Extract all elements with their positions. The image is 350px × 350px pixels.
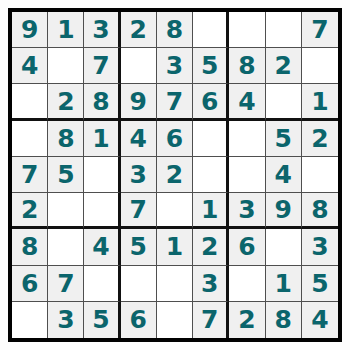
cell-r5c3[interactable] bbox=[84, 157, 120, 193]
cell-r1c5[interactable]: 8 bbox=[157, 12, 193, 48]
cell-r6c2[interactable] bbox=[48, 193, 84, 229]
cell-r8c5[interactable] bbox=[157, 266, 193, 302]
cell-r6c9[interactable]: 8 bbox=[302, 193, 338, 229]
cell-r8c8[interactable]: 1 bbox=[266, 266, 302, 302]
cell-r5c4[interactable]: 3 bbox=[121, 157, 157, 193]
cell-r7c8[interactable] bbox=[266, 229, 302, 265]
cell-r9c8[interactable]: 8 bbox=[266, 302, 302, 338]
cell-r8c1[interactable]: 6 bbox=[12, 266, 48, 302]
cell-r4c7[interactable] bbox=[229, 121, 265, 157]
cell-r1c9[interactable]: 7 bbox=[302, 12, 338, 48]
cell-r7c9[interactable]: 3 bbox=[302, 229, 338, 265]
cell-r8c2[interactable]: 7 bbox=[48, 266, 84, 302]
cell-r2c5[interactable]: 3 bbox=[157, 48, 193, 84]
cell-r2c1[interactable]: 4 bbox=[12, 48, 48, 84]
cell-r8c7[interactable] bbox=[229, 266, 265, 302]
cell-r2c9[interactable] bbox=[302, 48, 338, 84]
cell-r4c9[interactable]: 2 bbox=[302, 121, 338, 157]
cell-r5c1[interactable]: 7 bbox=[12, 157, 48, 193]
cell-r3c6[interactable]: 6 bbox=[193, 84, 229, 120]
cell-r7c7[interactable]: 6 bbox=[229, 229, 265, 265]
cell-r1c1[interactable]: 9 bbox=[12, 12, 48, 48]
cell-r5c8[interactable]: 4 bbox=[266, 157, 302, 193]
cell-r7c6[interactable]: 2 bbox=[193, 229, 229, 265]
cell-r2c4[interactable] bbox=[121, 48, 157, 84]
cell-r9c3[interactable]: 5 bbox=[84, 302, 120, 338]
cell-r8c3[interactable] bbox=[84, 266, 120, 302]
cell-r5c9[interactable] bbox=[302, 157, 338, 193]
cell-r3c1[interactable] bbox=[12, 84, 48, 120]
cell-r4c1[interactable] bbox=[12, 121, 48, 157]
cell-r3c9[interactable]: 1 bbox=[302, 84, 338, 120]
cell-r9c6[interactable]: 7 bbox=[193, 302, 229, 338]
cell-r9c9[interactable]: 4 bbox=[302, 302, 338, 338]
cell-r6c6[interactable]: 1 bbox=[193, 193, 229, 229]
cell-r3c8[interactable] bbox=[266, 84, 302, 120]
cell-r5c6[interactable] bbox=[193, 157, 229, 193]
sudoku-board: 9132874735822897641814652753242713988451… bbox=[8, 8, 342, 342]
cell-r5c2[interactable]: 5 bbox=[48, 157, 84, 193]
cell-r1c7[interactable] bbox=[229, 12, 265, 48]
page: { "game": "sudoku", "position": "91328..… bbox=[0, 0, 350, 350]
cell-r9c2[interactable]: 3 bbox=[48, 302, 84, 338]
cell-r8c4[interactable] bbox=[121, 266, 157, 302]
cell-r3c7[interactable]: 4 bbox=[229, 84, 265, 120]
cell-r4c4[interactable]: 4 bbox=[121, 121, 157, 157]
cell-r6c1[interactable]: 2 bbox=[12, 193, 48, 229]
cell-r2c2[interactable] bbox=[48, 48, 84, 84]
cell-r9c5[interactable] bbox=[157, 302, 193, 338]
cell-r1c2[interactable]: 1 bbox=[48, 12, 84, 48]
cell-r7c1[interactable]: 8 bbox=[12, 229, 48, 265]
cell-r3c3[interactable]: 8 bbox=[84, 84, 120, 120]
cell-r8c9[interactable]: 5 bbox=[302, 266, 338, 302]
cell-r6c3[interactable] bbox=[84, 193, 120, 229]
cell-r4c6[interactable] bbox=[193, 121, 229, 157]
cell-r5c5[interactable]: 2 bbox=[157, 157, 193, 193]
cell-r2c7[interactable]: 8 bbox=[229, 48, 265, 84]
cell-r7c3[interactable]: 4 bbox=[84, 229, 120, 265]
cell-r2c3[interactable]: 7 bbox=[84, 48, 120, 84]
cell-r4c5[interactable]: 6 bbox=[157, 121, 193, 157]
cell-r2c6[interactable]: 5 bbox=[193, 48, 229, 84]
cell-r3c2[interactable]: 2 bbox=[48, 84, 84, 120]
cell-r6c5[interactable] bbox=[157, 193, 193, 229]
cell-r9c4[interactable]: 6 bbox=[121, 302, 157, 338]
cell-r3c4[interactable]: 9 bbox=[121, 84, 157, 120]
cell-r1c8[interactable] bbox=[266, 12, 302, 48]
cell-r6c4[interactable]: 7 bbox=[121, 193, 157, 229]
cell-r9c7[interactable]: 2 bbox=[229, 302, 265, 338]
cell-r7c5[interactable]: 1 bbox=[157, 229, 193, 265]
cell-r9c1[interactable] bbox=[12, 302, 48, 338]
cell-r7c2[interactable] bbox=[48, 229, 84, 265]
cell-r7c4[interactable]: 5 bbox=[121, 229, 157, 265]
cell-r4c2[interactable]: 8 bbox=[48, 121, 84, 157]
cell-r5c7[interactable] bbox=[229, 157, 265, 193]
cell-r4c8[interactable]: 5 bbox=[266, 121, 302, 157]
cell-r8c6[interactable]: 3 bbox=[193, 266, 229, 302]
cell-r3c5[interactable]: 7 bbox=[157, 84, 193, 120]
cell-r4c3[interactable]: 1 bbox=[84, 121, 120, 157]
cell-r6c8[interactable]: 9 bbox=[266, 193, 302, 229]
cell-r6c7[interactable]: 3 bbox=[229, 193, 265, 229]
cell-r1c6[interactable] bbox=[193, 12, 229, 48]
cell-r1c3[interactable]: 3 bbox=[84, 12, 120, 48]
cell-r1c4[interactable]: 2 bbox=[121, 12, 157, 48]
cell-r2c8[interactable]: 2 bbox=[266, 48, 302, 84]
